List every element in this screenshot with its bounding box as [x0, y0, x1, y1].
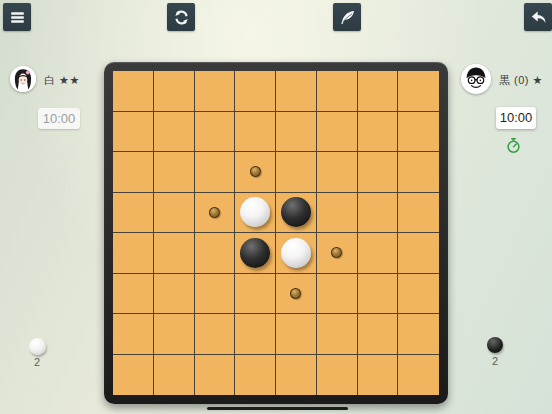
- board-cell-d2[interactable]: [235, 112, 276, 153]
- board-cell-g1[interactable]: [358, 71, 399, 112]
- hamburger-icon: [8, 8, 27, 27]
- black-tray-disc: [487, 337, 503, 353]
- board-grid: [113, 71, 439, 395]
- stopwatch-icon: [505, 137, 522, 154]
- board-cell-d6[interactable]: [235, 274, 276, 315]
- board-cell-e8[interactable]: [276, 355, 317, 396]
- board-cell-c5[interactable]: [195, 233, 236, 274]
- board-cell-g4[interactable]: [358, 193, 399, 234]
- board-cell-e7[interactable]: [276, 314, 317, 355]
- white-disc-count: 2: [27, 356, 47, 368]
- game-screen: 白 ★★ 10:00 黒 (0) ★ 10:00 2: [0, 0, 552, 414]
- board-cell-g8[interactable]: [358, 355, 399, 396]
- board-cell-h8[interactable]: [398, 355, 439, 396]
- board-cell-f4[interactable]: [317, 193, 358, 234]
- board-cell-f7[interactable]: [317, 314, 358, 355]
- board-cell-g3[interactable]: [358, 152, 399, 193]
- board-cell-e6[interactable]: [276, 274, 317, 315]
- board-cell-b8[interactable]: [154, 355, 195, 396]
- board-cell-a6[interactable]: [113, 274, 154, 315]
- board-cell-e5[interactable]: [276, 233, 317, 274]
- board-cell-d1[interactable]: [235, 71, 276, 112]
- board-cell-b4[interactable]: [154, 193, 195, 234]
- board-cell-f3[interactable]: [317, 152, 358, 193]
- home-indicator[interactable]: [207, 407, 348, 410]
- board-cell-a4[interactable]: [113, 193, 154, 234]
- board-cell-e2[interactable]: [276, 112, 317, 153]
- black-disc-count: 2: [485, 355, 505, 367]
- board-cell-a5[interactable]: [113, 233, 154, 274]
- board-cell-h1[interactable]: [398, 71, 439, 112]
- board-cell-d8[interactable]: [235, 355, 276, 396]
- board-cell-h6[interactable]: [398, 274, 439, 315]
- board-cell-h4[interactable]: [398, 193, 439, 234]
- white-disc: [281, 238, 311, 268]
- board-cell-c2[interactable]: [195, 112, 236, 153]
- board-cell-e4[interactable]: [276, 193, 317, 234]
- back-arrow-icon: [529, 8, 548, 27]
- board-cell-h5[interactable]: [398, 233, 439, 274]
- board-cell-c3[interactable]: [195, 152, 236, 193]
- legal-move-hint[interactable]: [250, 166, 261, 177]
- refresh-icon: [172, 8, 191, 27]
- legal-move-hint[interactable]: [290, 288, 301, 299]
- board-cell-c4[interactable]: [195, 193, 236, 234]
- board-cell-e3[interactable]: [276, 152, 317, 193]
- board-cell-c1[interactable]: [195, 71, 236, 112]
- board-cell-g7[interactable]: [358, 314, 399, 355]
- board-cell-d7[interactable]: [235, 314, 276, 355]
- board-cell-b1[interactable]: [154, 71, 195, 112]
- board-cell-c7[interactable]: [195, 314, 236, 355]
- compose-button[interactable]: [333, 3, 361, 31]
- refresh-button[interactable]: [167, 3, 195, 31]
- board-cell-d5[interactable]: [235, 233, 276, 274]
- board-cell-f5[interactable]: [317, 233, 358, 274]
- feather-icon: [338, 8, 357, 27]
- board-cell-a7[interactable]: [113, 314, 154, 355]
- legal-move-hint[interactable]: [331, 247, 342, 258]
- board-cell-d3[interactable]: [235, 152, 276, 193]
- boy-avatar-image: [461, 64, 491, 94]
- board-cell-g5[interactable]: [358, 233, 399, 274]
- white-disc: [240, 197, 270, 227]
- board-cell-b3[interactable]: [154, 152, 195, 193]
- board-cell-a8[interactable]: [113, 355, 154, 396]
- board-cell-h3[interactable]: [398, 152, 439, 193]
- board-cell-b5[interactable]: [154, 233, 195, 274]
- board-cell-b7[interactable]: [154, 314, 195, 355]
- white-tray-disc: [29, 338, 46, 355]
- board-cell-h2[interactable]: [398, 112, 439, 153]
- black-player-timer: 10:00: [496, 107, 536, 129]
- back-button[interactable]: [524, 3, 552, 31]
- board-cell-a1[interactable]: [113, 71, 154, 112]
- board-cell-e1[interactable]: [276, 71, 317, 112]
- menu-button[interactable]: [3, 3, 31, 31]
- board-cell-b2[interactable]: [154, 112, 195, 153]
- board-cell-g6[interactable]: [358, 274, 399, 315]
- black-disc: [281, 197, 311, 227]
- board-cell-b6[interactable]: [154, 274, 195, 315]
- legal-move-hint[interactable]: [209, 207, 220, 218]
- board-cell-c8[interactable]: [195, 355, 236, 396]
- white-player-timer: 10:00: [38, 108, 80, 129]
- board-cell-g2[interactable]: [358, 112, 399, 153]
- board: [104, 62, 448, 404]
- black-disc: [240, 238, 270, 268]
- white-player-avatar[interactable]: [10, 66, 36, 92]
- board-cell-a2[interactable]: [113, 112, 154, 153]
- white-player-label: 白 ★★: [44, 73, 80, 88]
- black-player-avatar[interactable]: [461, 64, 491, 94]
- board-cell-c6[interactable]: [195, 274, 236, 315]
- board-cell-f6[interactable]: [317, 274, 358, 315]
- board-cell-f8[interactable]: [317, 355, 358, 396]
- board-cell-f2[interactable]: [317, 112, 358, 153]
- board-cell-d4[interactable]: [235, 193, 276, 234]
- board-cell-f1[interactable]: [317, 71, 358, 112]
- girl-avatar-image: [10, 66, 36, 92]
- board-cell-a3[interactable]: [113, 152, 154, 193]
- black-player-label: 黒 (0) ★: [499, 73, 543, 88]
- board-cell-h7[interactable]: [398, 314, 439, 355]
